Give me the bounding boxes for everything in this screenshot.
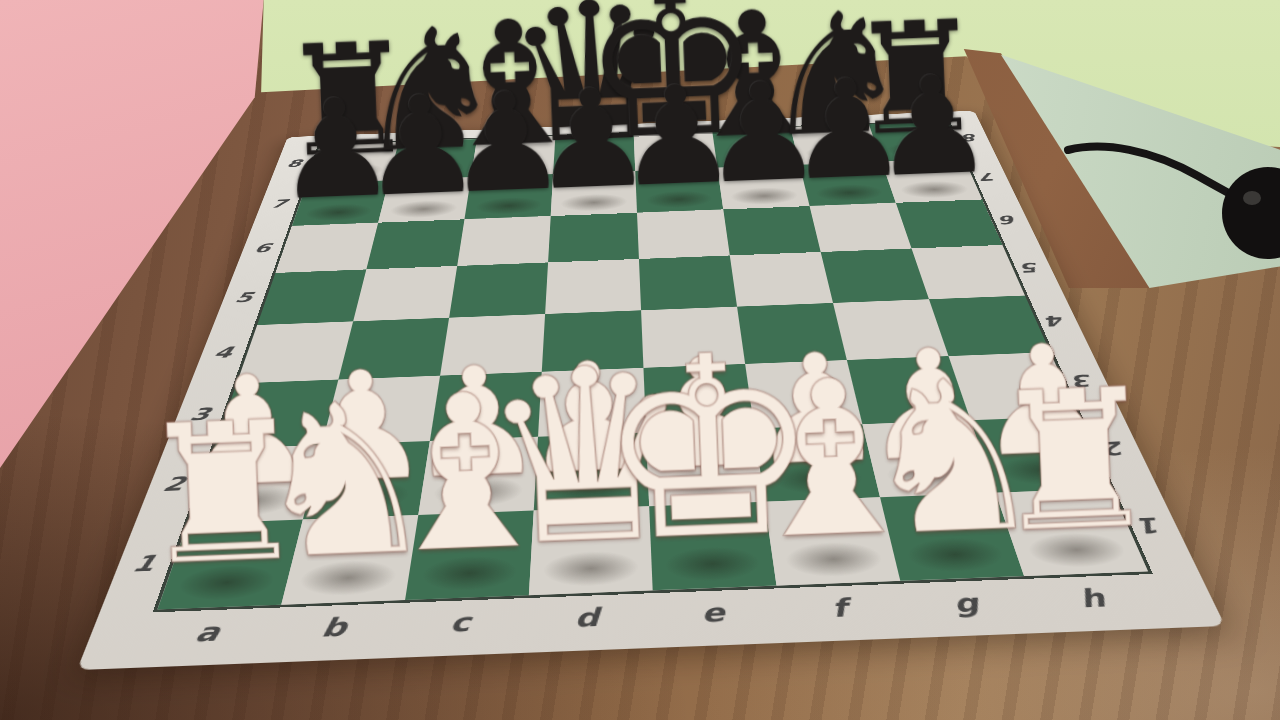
file-label-g: g — [897, 579, 1036, 628]
white-knight[interactable]: ♞ — [247, 379, 441, 584]
photo-scene: ♜♞♝♛♚♝♞♜♟♟♟♟♟♟♟♟♟♟♟♟♟♟♟♟♜♞♝♛♚♝♞♜ abcdefg… — [0, 0, 1280, 720]
square-b5[interactable] — [353, 266, 457, 321]
file-label-c: c — [394, 598, 525, 648]
square-e1[interactable]: ♚ — [649, 502, 776, 591]
white-knight[interactable]: ♞ — [855, 356, 1049, 561]
file-label-a: a — [137, 608, 277, 658]
file-label-d: d — [522, 593, 651, 643]
file-label-h: h — [1021, 574, 1165, 623]
square-b6[interactable] — [366, 219, 464, 269]
file-label-e: e — [649, 589, 779, 638]
square-g5[interactable] — [821, 248, 929, 302]
square-f5[interactable] — [730, 252, 833, 307]
file-label-b: b — [265, 603, 401, 653]
vinyl-chess-mat: ♜♞♝♛♚♝♞♜♟♟♟♟♟♟♟♟♟♟♟♟♟♟♟♟♜♞♝♛♚♝♞♜ abcdefg… — [77, 111, 1225, 670]
square-g6[interactable] — [810, 203, 912, 252]
file-label-f: f — [773, 584, 908, 633]
square-c6[interactable] — [457, 216, 551, 266]
board-scene: ♜♞♝♛♚♝♞♜♟♟♟♟♟♟♟♟♟♟♟♟♟♟♟♟♜♞♝♛♚♝♞♜ abcdefg… — [0, 0, 1280, 720]
square-d6[interactable] — [548, 213, 639, 263]
square-e6[interactable] — [637, 209, 730, 259]
square-b1[interactable]: ♞ — [281, 515, 418, 605]
square-f6[interactable] — [723, 206, 820, 255]
white-king[interactable]: ♚ — [592, 326, 824, 571]
square-a5[interactable] — [257, 269, 366, 325]
square-g1[interactable]: ♞ — [880, 493, 1024, 581]
square-c5[interactable] — [449, 262, 548, 317]
square-a6[interactable] — [275, 223, 378, 273]
